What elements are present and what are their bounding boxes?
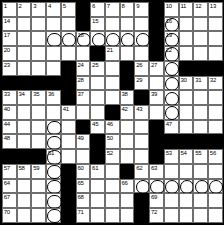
cell-r14-c8[interactable] <box>105 193 120 208</box>
cell-r15-c5 <box>61 208 76 223</box>
cell-r2-c7[interactable]: 15 <box>90 17 105 32</box>
cell-r9-c13[interactable] <box>179 120 194 135</box>
cell-r8-c6[interactable] <box>76 105 91 120</box>
cell-number: 51 <box>48 150 54 157</box>
cell-number: 59 <box>33 165 39 172</box>
cell-r12-c4[interactable] <box>46 164 61 179</box>
cell-number: 42 <box>122 106 128 113</box>
cell-r14-c14[interactable] <box>193 193 208 208</box>
cell-r1-c8[interactable]: 7 <box>105 2 120 17</box>
cell-r10-c10[interactable] <box>134 134 149 149</box>
cell-r13-c5 <box>61 179 76 194</box>
cell-r6-c2 <box>17 76 32 91</box>
cell-number: 40 <box>4 106 10 113</box>
cell-number: 1 <box>4 3 7 10</box>
cell-r2-c8[interactable] <box>105 17 120 32</box>
cell-number: 25 <box>92 62 98 69</box>
cell-r5-c15 <box>208 61 223 76</box>
cell-r9-c11 <box>149 120 164 135</box>
cell-r9-c4[interactable] <box>46 120 61 135</box>
cell-r1-c9[interactable]: 8 <box>120 2 135 17</box>
circle-marker <box>47 136 61 150</box>
cell-r8-c7[interactable] <box>90 105 105 120</box>
cell-r7-c4[interactable]: 36 <box>46 90 61 105</box>
cell-r2-c12[interactable]: 16 <box>164 17 179 32</box>
circle-marker <box>165 92 179 106</box>
cell-r9-c5[interactable] <box>61 120 76 135</box>
cell-r15-c14[interactable] <box>193 208 208 223</box>
cell-r11-c12[interactable]: 53 <box>164 149 179 164</box>
cell-r7-c5 <box>61 90 76 105</box>
cell-r10-c8[interactable]: 50 <box>105 134 120 149</box>
cell-r4-c14[interactable] <box>193 46 208 61</box>
cell-r12-c10[interactable]: 62 <box>134 164 149 179</box>
cell-r7-c12[interactable] <box>164 90 179 105</box>
cell-r15-c7[interactable] <box>90 208 105 223</box>
cell-r1-c1[interactable]: 1 <box>2 2 17 17</box>
cell-r5-c11[interactable]: 27 <box>149 61 164 76</box>
cell-r3-c2[interactable] <box>17 31 32 46</box>
cell-r2-c3[interactable] <box>31 17 46 32</box>
cell-r13-c11[interactable] <box>149 179 164 194</box>
cell-r6-c5 <box>61 76 76 91</box>
cell-number: 30 <box>180 77 186 84</box>
cell-r8-c13[interactable] <box>179 105 194 120</box>
cell-number: 14 <box>4 18 10 25</box>
cell-number: 28 <box>77 77 83 84</box>
cell-r14-c10 <box>134 193 149 208</box>
cell-r1-c2[interactable]: 2 <box>17 2 32 17</box>
cell-number: 22 <box>166 47 172 54</box>
cell-r1-c5[interactable]: 5 <box>61 2 76 17</box>
cell-r6-c12[interactable] <box>164 76 179 91</box>
cell-number: 23 <box>4 62 10 69</box>
cell-r7-c1[interactable]: 33 <box>2 90 17 105</box>
cell-r8-c8 <box>105 105 120 120</box>
cell-r5-c5 <box>61 61 76 76</box>
cell-number: 5 <box>63 3 66 10</box>
circle-marker <box>209 180 223 194</box>
cell-number: 17 <box>4 32 10 39</box>
cell-r2-c11 <box>149 17 164 32</box>
cell-r3-c15[interactable] <box>208 31 223 46</box>
cell-number: 34 <box>19 91 25 98</box>
cell-r2-c4[interactable] <box>46 17 61 32</box>
cell-r8-c2[interactable] <box>17 105 32 120</box>
crossword-grid: 1234567891011121314151617181920212223242… <box>0 0 224 225</box>
cell-r13-c9[interactable]: 66 <box>120 179 135 194</box>
cell-number: 66 <box>122 180 128 187</box>
cell-r8-c5[interactable]: 41 <box>61 105 76 120</box>
cell-r6-c10[interactable]: 29 <box>134 76 149 91</box>
cell-r9-c2[interactable] <box>17 120 32 135</box>
circle-marker <box>165 62 179 76</box>
cell-r8-c1[interactable]: 40 <box>2 105 17 120</box>
cell-r9-c6 <box>76 120 91 135</box>
cell-number: 32 <box>210 77 216 84</box>
circle-marker <box>47 165 61 179</box>
cell-number: 56 <box>210 150 216 157</box>
cell-number: 69 <box>151 194 157 201</box>
cell-r8-c14[interactable] <box>193 105 208 120</box>
cell-r15-c2[interactable] <box>17 208 32 223</box>
cell-r10-c13 <box>179 134 194 149</box>
cell-r3-c6[interactable]: 18 <box>76 31 91 46</box>
cell-r11-c14[interactable]: 55 <box>193 149 208 164</box>
circle-marker <box>180 180 194 194</box>
cell-r13-c15[interactable] <box>208 179 223 194</box>
cell-r14-c13[interactable] <box>179 193 194 208</box>
cell-number: 48 <box>4 135 10 142</box>
cell-r1-c14[interactable]: 12 <box>193 2 208 17</box>
cell-r1-c12[interactable]: 10 <box>164 2 179 17</box>
cell-number: 62 <box>136 165 142 172</box>
cell-r3-c8[interactable] <box>105 31 120 46</box>
cell-number: 52 <box>107 150 113 157</box>
cell-r7-c8[interactable] <box>105 90 120 105</box>
crossword-puzzle: 1234567891011121314151617181920212223242… <box>0 0 224 225</box>
cell-r12-c7[interactable]: 61 <box>90 164 105 179</box>
cell-r5-c14 <box>193 61 208 76</box>
circle-marker <box>150 180 164 194</box>
cell-r1-c7[interactable]: 6 <box>90 2 105 17</box>
cell-r13-c8[interactable] <box>105 179 120 194</box>
cell-r7-c6[interactable]: 37 <box>76 90 91 105</box>
cell-r11-c1 <box>2 149 17 164</box>
cell-r4-c8[interactable]: 21 <box>105 46 120 61</box>
circle-marker <box>106 33 120 47</box>
cell-r2-c13[interactable] <box>179 17 194 32</box>
cell-r8-c15[interactable] <box>208 105 223 120</box>
cell-r10-c14 <box>193 134 208 149</box>
cell-r6-c11[interactable] <box>149 76 164 91</box>
cell-r12-c13[interactable] <box>179 164 194 179</box>
circle-marker <box>62 33 76 47</box>
cell-number: 6 <box>92 3 95 10</box>
cell-number: 38 <box>122 91 128 98</box>
cell-r6-c13[interactable]: 30 <box>179 76 194 91</box>
cell-r14-c15[interactable] <box>208 193 223 208</box>
cell-number: 57 <box>4 165 10 172</box>
cell-number: 36 <box>48 91 54 98</box>
cell-number: 13 <box>210 3 216 10</box>
cell-r12-c5 <box>61 164 76 179</box>
cell-r15-c15[interactable] <box>208 208 223 223</box>
cell-r9-c3[interactable] <box>31 120 46 135</box>
cell-r8-c10[interactable]: 43 <box>134 105 149 120</box>
cell-number: 11 <box>180 3 186 10</box>
cell-r2-c10[interactable] <box>134 17 149 32</box>
cell-r4-c3[interactable] <box>31 46 46 61</box>
cell-r14-c6[interactable]: 68 <box>76 193 91 208</box>
cell-r9-c10[interactable] <box>134 120 149 135</box>
cell-r5-c3[interactable] <box>31 61 46 76</box>
cell-r13-c2[interactable] <box>17 179 32 194</box>
cell-number: 43 <box>136 106 142 113</box>
cell-r2-c5[interactable] <box>61 17 76 32</box>
cell-number: 67 <box>4 194 10 201</box>
cell-r11-c13[interactable]: 54 <box>179 149 194 164</box>
cell-r3-c9[interactable] <box>120 31 135 46</box>
cell-r4-c2[interactable] <box>17 46 32 61</box>
cell-number: 24 <box>77 62 83 69</box>
cell-r14-c4[interactable] <box>46 193 61 208</box>
cell-r2-c15[interactable] <box>208 17 223 32</box>
cell-r14-c3[interactable] <box>31 193 46 208</box>
cell-r3-c10[interactable] <box>134 31 149 46</box>
cell-number: 18 <box>77 32 83 39</box>
cell-r4-c1[interactable]: 20 <box>2 46 17 61</box>
circle-marker <box>165 77 179 91</box>
cell-r15-c1[interactable]: 70 <box>2 208 17 223</box>
circle-marker <box>136 33 150 47</box>
cell-r9-c15[interactable] <box>208 120 223 135</box>
cell-r11-c10[interactable] <box>134 149 149 164</box>
cell-r5-c8[interactable] <box>105 61 120 76</box>
cell-r15-c13[interactable] <box>179 208 194 223</box>
cell-r15-c10 <box>134 208 149 223</box>
cell-r15-c3[interactable] <box>31 208 46 223</box>
cell-number: 50 <box>107 135 113 142</box>
cell-r6-c3 <box>31 76 46 91</box>
cell-r7-c13[interactable] <box>179 90 194 105</box>
cell-r11-c9[interactable] <box>120 149 135 164</box>
cell-r5-c10[interactable]: 26 <box>134 61 149 76</box>
cell-r9-c14[interactable] <box>193 120 208 135</box>
cell-r1-c10[interactable]: 9 <box>134 2 149 17</box>
cell-r14-c11[interactable]: 69 <box>149 193 164 208</box>
cell-number: 7 <box>107 3 110 10</box>
cell-r7-c14[interactable] <box>193 90 208 105</box>
cell-r8-c11[interactable] <box>149 105 164 120</box>
cell-number: 26 <box>136 62 142 69</box>
circle-marker <box>47 180 61 194</box>
cell-r11-c5[interactable] <box>61 149 76 164</box>
cell-r4-c6[interactable] <box>76 46 91 61</box>
cell-r10-c3[interactable] <box>31 134 46 149</box>
cell-number: 68 <box>77 194 83 201</box>
cell-r6-c14[interactable]: 31 <box>193 76 208 91</box>
cell-r4-c9[interactable] <box>120 46 135 61</box>
cell-r5-c13 <box>179 61 194 76</box>
cell-r15-c4[interactable] <box>46 208 61 223</box>
cell-number: 47 <box>166 121 172 128</box>
cell-r13-c7[interactable] <box>90 179 105 194</box>
cell-r13-c4[interactable] <box>46 179 61 194</box>
cell-r1-c13[interactable]: 11 <box>179 2 194 17</box>
cell-r5-c9 <box>120 61 135 76</box>
cell-r4-c4[interactable] <box>46 46 61 61</box>
cell-r7-c11[interactable]: 39 <box>149 90 164 105</box>
cell-r14-c2[interactable] <box>17 193 32 208</box>
cell-r14-c1[interactable]: 67 <box>2 193 17 208</box>
cell-r3-c13[interactable] <box>179 31 194 46</box>
cell-r10-c4[interactable] <box>46 134 61 149</box>
cell-number: 31 <box>195 77 201 84</box>
cell-number: 3 <box>33 3 36 10</box>
cell-r13-c14[interactable] <box>193 179 208 194</box>
cell-r5-c1[interactable]: 23 <box>2 61 17 76</box>
cell-number: 15 <box>92 18 98 25</box>
cell-r2-c6 <box>76 17 91 32</box>
cell-r10-c9[interactable] <box>120 134 135 149</box>
cell-r10-c5[interactable] <box>61 134 76 149</box>
cell-r6-c8[interactable] <box>105 76 120 91</box>
cell-r11-c15[interactable]: 56 <box>208 149 223 164</box>
cell-r13-c10[interactable] <box>134 179 149 194</box>
cell-r6-c9 <box>120 76 135 91</box>
cell-r11-c4[interactable]: 51 <box>46 149 61 164</box>
cell-r14-c9[interactable] <box>120 193 135 208</box>
circle-marker <box>165 106 179 120</box>
cell-r3-c5[interactable] <box>61 31 76 46</box>
cell-r8-c3[interactable] <box>31 105 46 120</box>
cell-r12-c3[interactable]: 59 <box>31 164 46 179</box>
cell-r13-c6[interactable]: 65 <box>76 179 91 194</box>
cell-r13-c13[interactable] <box>179 179 194 194</box>
cell-r13-c3[interactable] <box>31 179 46 194</box>
cell-r12-c6[interactable]: 60 <box>76 164 91 179</box>
cell-r6-c7[interactable] <box>90 76 105 91</box>
cell-r6-c15[interactable]: 32 <box>208 76 223 91</box>
circle-marker <box>165 180 179 194</box>
circle-marker <box>47 121 61 135</box>
cell-r9-c8[interactable]: 46 <box>105 120 120 135</box>
cell-r12-c11[interactable]: 63 <box>149 164 164 179</box>
cell-r5-c7[interactable]: 25 <box>90 61 105 76</box>
cell-r10-c15 <box>208 134 223 149</box>
cell-r8-c4[interactable] <box>46 105 61 120</box>
cell-number: 46 <box>107 121 113 128</box>
cell-r1-c11 <box>149 2 164 17</box>
cell-r11-c6[interactable] <box>76 149 91 164</box>
cell-r15-c8[interactable] <box>105 208 120 223</box>
cell-r10-c6[interactable]: 49 <box>76 134 91 149</box>
cell-r7-c10 <box>134 90 149 105</box>
cell-number: 45 <box>92 121 98 128</box>
cell-r3-c3[interactable] <box>31 31 46 46</box>
cell-r1-c6 <box>76 2 91 17</box>
cell-r14-c5 <box>61 193 76 208</box>
cell-r10-c1[interactable]: 48 <box>2 134 17 149</box>
cell-r11-c8[interactable]: 52 <box>105 149 120 164</box>
cell-r6-c1 <box>2 76 17 91</box>
cell-r12-c12[interactable] <box>164 164 179 179</box>
cell-number: 16 <box>166 18 172 25</box>
cell-r2-c2[interactable] <box>17 17 32 32</box>
cell-r12-c2[interactable]: 58 <box>17 164 32 179</box>
cell-number: 71 <box>77 209 83 216</box>
cell-r12-c14[interactable] <box>193 164 208 179</box>
cell-r2-c9[interactable] <box>120 17 135 32</box>
cell-r11-c11 <box>149 149 164 164</box>
cell-r3-c11 <box>149 31 164 46</box>
cell-number: 35 <box>33 91 39 98</box>
cell-r12-c1[interactable]: 57 <box>2 164 17 179</box>
cell-r4-c15[interactable] <box>208 46 223 61</box>
circle-marker <box>47 33 61 47</box>
cell-number: 19 <box>166 32 172 39</box>
cell-r7-c7[interactable] <box>90 90 105 105</box>
cell-number: 21 <box>107 47 113 54</box>
cell-r9-c1[interactable]: 44 <box>2 120 17 135</box>
cell-r1-c3[interactable]: 3 <box>31 2 46 17</box>
cell-number: 64 <box>4 180 10 187</box>
cell-r13-c12[interactable] <box>164 179 179 194</box>
cell-r4-c10[interactable] <box>134 46 149 61</box>
cell-r1-c4[interactable]: 4 <box>46 2 61 17</box>
cell-number: 12 <box>195 3 201 10</box>
cell-r7-c9[interactable]: 38 <box>120 90 135 105</box>
cell-r7-c15[interactable] <box>208 90 223 105</box>
cell-r5-c2[interactable] <box>17 61 32 76</box>
circle-marker <box>136 180 150 194</box>
cell-number: 37 <box>77 91 83 98</box>
cell-r7-c2[interactable]: 34 <box>17 90 32 105</box>
cell-number: 54 <box>180 150 186 157</box>
cell-r4-c12[interactable]: 22 <box>164 46 179 61</box>
cell-r10-c2[interactable] <box>17 134 32 149</box>
cell-r8-c12[interactable] <box>164 105 179 120</box>
cell-r15-c12[interactable] <box>164 208 179 223</box>
cell-number: 65 <box>77 180 83 187</box>
cell-r6-c6[interactable]: 28 <box>76 76 91 91</box>
cell-r1-c15[interactable]: 13 <box>208 2 223 17</box>
cell-r7-c3[interactable]: 35 <box>31 90 46 105</box>
cell-r10-c11 <box>149 134 164 149</box>
cell-r13-c1[interactable]: 64 <box>2 179 17 194</box>
cell-r14-c12[interactable] <box>164 193 179 208</box>
cell-r12-c8[interactable] <box>105 164 120 179</box>
cell-r12-c15[interactable] <box>208 164 223 179</box>
cell-r9-c9[interactable] <box>120 120 135 135</box>
cell-r2-c1[interactable]: 14 <box>2 17 17 32</box>
cell-r15-c6[interactable]: 71 <box>76 208 91 223</box>
cell-number: 63 <box>151 165 157 172</box>
cell-r5-c12[interactable] <box>164 61 179 76</box>
cell-r9-c7[interactable]: 45 <box>90 120 105 135</box>
cell-r3-c4[interactable] <box>46 31 61 46</box>
cell-r5-c4[interactable] <box>46 61 61 76</box>
cell-r5-c6[interactable]: 24 <box>76 61 91 76</box>
cell-r4-c5[interactable] <box>61 46 76 61</box>
cell-r15-c11[interactable]: 72 <box>149 208 164 223</box>
cell-number: 39 <box>151 91 157 98</box>
cell-r2-c14[interactable] <box>193 17 208 32</box>
cell-r3-c1[interactable]: 17 <box>2 31 17 46</box>
cell-number: 58 <box>19 165 25 172</box>
cell-number: 53 <box>166 150 172 157</box>
cell-r4-c13[interactable] <box>179 46 194 61</box>
cell-number: 29 <box>136 77 142 84</box>
circle-marker <box>195 180 209 194</box>
cell-r10-c7 <box>90 134 105 149</box>
cell-r3-c7[interactable] <box>90 31 105 46</box>
cell-r11-c7 <box>90 149 105 164</box>
cell-r15-c9[interactable] <box>120 208 135 223</box>
cell-number: 8 <box>122 3 125 10</box>
cell-r8-c9[interactable]: 42 <box>120 105 135 120</box>
cell-r14-c7[interactable] <box>90 193 105 208</box>
cell-r4-c11 <box>149 46 164 61</box>
cell-r3-c14[interactable] <box>193 31 208 46</box>
cell-number: 72 <box>151 209 157 216</box>
cell-number: 2 <box>19 3 22 10</box>
cell-number: 60 <box>77 165 83 172</box>
cell-r9-c12[interactable]: 47 <box>164 120 179 135</box>
cell-number: 33 <box>4 91 10 98</box>
cell-r3-c12[interactable]: 19 <box>164 31 179 46</box>
